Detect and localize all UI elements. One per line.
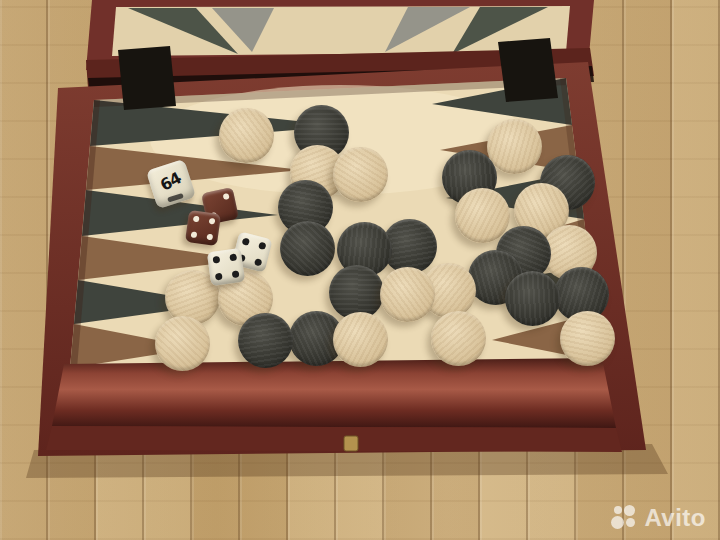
avito-watermark-text: Avito [644, 504, 706, 532]
checker-light[interactable] [431, 311, 486, 366]
checker-light[interactable] [219, 108, 274, 163]
box-front-face [46, 426, 622, 452]
checker-light[interactable] [155, 316, 210, 371]
backgammon-photo-scene: 64 Avito [0, 0, 720, 540]
checker-dark[interactable] [238, 313, 293, 368]
checker-dark[interactable] [505, 271, 560, 326]
checker-light[interactable] [560, 311, 615, 366]
checker-light[interactable] [333, 312, 388, 367]
brown-die-showing-4[interactable] [185, 210, 221, 246]
hinge-strap-left [118, 46, 176, 110]
avito-logo-icon [611, 505, 637, 531]
avito-watermark: Avito [611, 504, 706, 532]
checker-light[interactable] [487, 119, 542, 174]
doubling-cube-value: 64 [157, 168, 184, 194]
white-die-showing-4[interactable] [207, 248, 245, 286]
tray-rail [52, 358, 616, 428]
checker-light[interactable] [380, 267, 435, 322]
brass-clasp[interactable] [344, 436, 358, 451]
checker-light[interactable] [455, 188, 510, 243]
checker-dark[interactable] [280, 221, 335, 276]
hinge-strap-right [498, 38, 558, 102]
checker-light[interactable] [333, 147, 388, 202]
